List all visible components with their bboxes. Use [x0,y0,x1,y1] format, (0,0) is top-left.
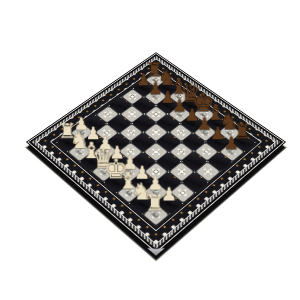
board-top-face: ♜♞♝♛♚♝♞♜♟♟♟♟♟♟♟♟♟♟♟♟♟♟♟♟♜♞♝♛♚♝♞♜ [26,52,286,254]
piece-white-r-h1[interactable]: ♜ [139,182,171,214]
chess-set-photo: ♜♞♝♛♚♝♞♜♟♟♟♟♟♟♟♟♟♟♟♟♟♟♟♟♜♞♝♛♚♝♞♜ [0,0,300,300]
chess-board: ♜♞♝♛♚♝♞♜♟♟♟♟♟♟♟♟♟♟♟♟♟♟♟♟♜♞♝♛♚♝♞♜ [26,52,286,254]
piece-black-p-h7[interactable]: ♟ [215,122,245,152]
pieces-layer: ♜♞♝♛♚♝♞♜♟♟♟♟♟♟♟♟♟♟♟♟♟♟♟♟♜♞♝♛♚♝♞♜ [26,52,286,254]
